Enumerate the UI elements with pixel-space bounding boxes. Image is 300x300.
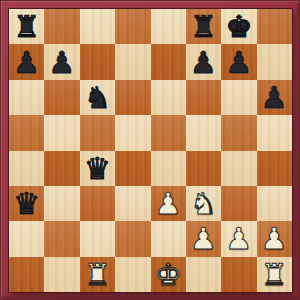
square-h3[interactable] (257, 186, 292, 221)
board-frame: ♜♜♚♟♟♟♟♞♟♛♛♟♞♟♟♟♜♚♜ (0, 0, 300, 300)
square-e1[interactable]: ♚ (151, 257, 186, 292)
square-g1[interactable] (221, 257, 256, 292)
square-f6[interactable] (186, 80, 221, 115)
square-f3[interactable]: ♞ (186, 186, 221, 221)
square-a3[interactable]: ♛ (9, 186, 44, 221)
square-c8[interactable] (80, 9, 115, 44)
square-g5[interactable] (221, 115, 256, 150)
square-e7[interactable] (151, 44, 186, 79)
white-pawn-f2[interactable]: ♟ (190, 221, 217, 256)
black-pawn-a7[interactable]: ♟ (13, 45, 40, 80)
square-c4[interactable]: ♛ (80, 151, 115, 186)
square-h2[interactable]: ♟ (257, 221, 292, 256)
square-a4[interactable] (9, 151, 44, 186)
square-f1[interactable] (186, 257, 221, 292)
square-c5[interactable] (80, 115, 115, 150)
black-rook-f8[interactable]: ♜ (190, 9, 217, 44)
square-b4[interactable] (44, 151, 79, 186)
square-d6[interactable] (115, 80, 150, 115)
white-rook-h1[interactable]: ♜ (261, 257, 288, 292)
chess-board: ♜♜♚♟♟♟♟♞♟♛♛♟♞♟♟♟♜♚♜ (9, 9, 292, 292)
white-knight-f3[interactable]: ♞ (190, 186, 217, 221)
square-h7[interactable] (257, 44, 292, 79)
square-h4[interactable] (257, 151, 292, 186)
black-pawn-f7[interactable]: ♟ (190, 45, 217, 80)
square-e4[interactable] (151, 151, 186, 186)
square-d1[interactable] (115, 257, 150, 292)
square-b3[interactable] (44, 186, 79, 221)
square-g4[interactable] (221, 151, 256, 186)
square-c6[interactable]: ♞ (80, 80, 115, 115)
square-e6[interactable] (151, 80, 186, 115)
square-f8[interactable]: ♜ (186, 9, 221, 44)
square-h8[interactable] (257, 9, 292, 44)
white-king-e1[interactable]: ♚ (155, 257, 182, 292)
square-a2[interactable] (9, 221, 44, 256)
white-pawn-h2[interactable]: ♟ (261, 221, 288, 256)
black-pawn-b7[interactable]: ♟ (49, 45, 76, 80)
square-a5[interactable] (9, 115, 44, 150)
black-rook-a8[interactable]: ♜ (13, 9, 40, 44)
square-b2[interactable] (44, 221, 79, 256)
square-g7[interactable]: ♟ (221, 44, 256, 79)
square-b8[interactable] (44, 9, 79, 44)
square-b1[interactable] (44, 257, 79, 292)
square-h1[interactable]: ♜ (257, 257, 292, 292)
square-a7[interactable]: ♟ (9, 44, 44, 79)
square-c1[interactable]: ♜ (80, 257, 115, 292)
square-e3[interactable]: ♟ (151, 186, 186, 221)
square-f5[interactable] (186, 115, 221, 150)
square-d4[interactable] (115, 151, 150, 186)
square-a1[interactable] (9, 257, 44, 292)
square-g8[interactable]: ♚ (221, 9, 256, 44)
white-rook-c1[interactable]: ♜ (84, 257, 111, 292)
black-pawn-h6[interactable]: ♟ (261, 80, 288, 115)
square-c2[interactable] (80, 221, 115, 256)
square-b5[interactable] (44, 115, 79, 150)
square-h5[interactable] (257, 115, 292, 150)
square-d8[interactable] (115, 9, 150, 44)
black-king-g8[interactable]: ♚ (225, 9, 252, 44)
square-d7[interactable] (115, 44, 150, 79)
square-e2[interactable] (151, 221, 186, 256)
black-knight-c6[interactable]: ♞ (84, 80, 111, 115)
square-g2[interactable]: ♟ (221, 221, 256, 256)
square-e5[interactable] (151, 115, 186, 150)
black-queen-a3[interactable]: ♛ (13, 186, 40, 221)
square-f7[interactable]: ♟ (186, 44, 221, 79)
square-a6[interactable] (9, 80, 44, 115)
square-c7[interactable] (80, 44, 115, 79)
square-a8[interactable]: ♜ (9, 9, 44, 44)
square-f2[interactable]: ♟ (186, 221, 221, 256)
black-pawn-g7[interactable]: ♟ (225, 45, 252, 80)
square-d5[interactable] (115, 115, 150, 150)
square-d2[interactable] (115, 221, 150, 256)
square-b7[interactable]: ♟ (44, 44, 79, 79)
square-d3[interactable] (115, 186, 150, 221)
white-pawn-g2[interactable]: ♟ (225, 221, 252, 256)
square-h6[interactable]: ♟ (257, 80, 292, 115)
square-b6[interactable] (44, 80, 79, 115)
black-queen-c4[interactable]: ♛ (84, 151, 111, 186)
square-e8[interactable] (151, 9, 186, 44)
white-pawn-e3[interactable]: ♟ (155, 186, 182, 221)
square-g6[interactable] (221, 80, 256, 115)
square-f4[interactable] (186, 151, 221, 186)
square-c3[interactable] (80, 186, 115, 221)
square-g3[interactable] (221, 186, 256, 221)
